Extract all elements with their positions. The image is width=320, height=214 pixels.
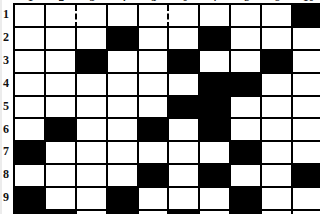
cell-r8c3[interactable]	[77, 165, 108, 188]
cell-r4c4[interactable]	[108, 74, 139, 97]
cell-r5c6-block	[169, 97, 200, 120]
row-label-4: 4	[0, 72, 12, 95]
cell-r9c1-block	[15, 188, 46, 211]
cell-r1c2[interactable]	[46, 5, 77, 28]
cell-r9c10[interactable]	[293, 188, 320, 211]
cell-r8c6[interactable]	[169, 165, 200, 188]
cell-r4c2[interactable]	[46, 74, 77, 97]
row-label-2: 2	[0, 26, 12, 49]
cell-r9c5[interactable]	[139, 188, 170, 211]
cell-r8c5-block	[139, 165, 170, 188]
cell-r3c6-block	[169, 51, 200, 74]
cell-r6c2-block	[46, 119, 77, 142]
cell-r8c4[interactable]	[108, 165, 139, 188]
cell-r9c9[interactable]	[262, 188, 293, 211]
row-label-5: 5	[0, 95, 12, 118]
row-label-1: 1	[0, 3, 12, 26]
cell-r5c1[interactable]	[15, 97, 46, 120]
cell-r2c7-block	[200, 28, 231, 51]
grid-viewport	[13, 3, 320, 214]
crossword-diagram: 123456789 12345678910	[0, 0, 320, 214]
cell-r1c3[interactable]	[77, 5, 108, 28]
cell-r7c10[interactable]	[293, 142, 320, 165]
cell-r4c9[interactable]	[262, 74, 293, 97]
row-label-3: 3	[0, 49, 12, 72]
cell-r2c1[interactable]	[15, 28, 46, 51]
cell-r10c6-block	[169, 211, 200, 214]
cell-r3c5[interactable]	[139, 51, 170, 74]
cell-r6c5-block	[139, 119, 170, 142]
cell-r6c1[interactable]	[15, 119, 46, 142]
cell-r10c9[interactable]	[262, 211, 293, 214]
cell-r9c7[interactable]	[200, 188, 231, 211]
cell-r2c5[interactable]	[139, 28, 170, 51]
cell-r8c2[interactable]	[46, 165, 77, 188]
cell-r4c6[interactable]	[169, 74, 200, 97]
cell-r3c10[interactable]	[293, 51, 320, 74]
cell-r7c4[interactable]	[108, 142, 139, 165]
cell-r5c3[interactable]	[77, 97, 108, 120]
cell-r5c4[interactable]	[108, 97, 139, 120]
cell-r6c4[interactable]	[108, 119, 139, 142]
cell-r7c8-block	[231, 142, 262, 165]
cell-r10c5[interactable]	[139, 211, 170, 214]
cell-r7c6[interactable]	[169, 142, 200, 165]
cell-r7c3[interactable]	[77, 142, 108, 165]
cell-r4c3[interactable]	[77, 74, 108, 97]
cell-r3c8[interactable]	[231, 51, 262, 74]
cell-r9c8-block	[231, 188, 262, 211]
cell-r8c8[interactable]	[231, 165, 262, 188]
cell-r5c9[interactable]	[262, 97, 293, 120]
cell-r2c8[interactable]	[231, 28, 262, 51]
cell-r7c7[interactable]	[200, 142, 231, 165]
cell-r7c5[interactable]	[139, 142, 170, 165]
cell-r9c3[interactable]	[77, 188, 108, 211]
cell-r10c7[interactable]	[200, 211, 231, 214]
cell-r5c7-block	[200, 97, 231, 120]
cell-r8c1[interactable]	[15, 165, 46, 188]
cell-r2c3[interactable]	[77, 28, 108, 51]
cell-r1c6[interactable]	[169, 5, 200, 28]
cell-r7c1-block	[15, 142, 46, 165]
row-label-9: 9	[0, 186, 12, 209]
cell-r8c9[interactable]	[262, 165, 293, 188]
cell-r4c8-block	[231, 74, 262, 97]
cell-r6c6[interactable]	[169, 119, 200, 142]
cell-r10c4-block	[108, 211, 139, 214]
cell-r2c6[interactable]	[169, 28, 200, 51]
cell-r5c10[interactable]	[293, 97, 320, 120]
cell-r3c7[interactable]	[200, 51, 231, 74]
cell-r1c10-block	[293, 5, 320, 28]
cell-r8c7-block	[200, 165, 231, 188]
row-label-7: 7	[0, 140, 12, 163]
crossword-grid	[13, 3, 320, 214]
cell-r1c8[interactable]	[231, 5, 262, 28]
cell-r3c3-block	[77, 51, 108, 74]
cell-r6c3[interactable]	[77, 119, 108, 142]
cell-r4c1[interactable]	[15, 74, 46, 97]
cell-r9c4-block	[108, 188, 139, 211]
cell-r4c7-block	[200, 74, 231, 97]
cell-r5c8[interactable]	[231, 97, 262, 120]
cell-r3c1[interactable]	[15, 51, 46, 74]
cell-r2c9[interactable]	[262, 28, 293, 51]
cell-r4c10[interactable]	[293, 74, 320, 97]
cell-r9c2[interactable]	[46, 188, 77, 211]
cell-r1c7[interactable]	[200, 5, 231, 28]
cell-r10c2-block	[46, 211, 77, 214]
cell-r7c2[interactable]	[46, 142, 77, 165]
cell-r3c2[interactable]	[46, 51, 77, 74]
cell-r1c1[interactable]	[15, 5, 46, 28]
cell-r1c4[interactable]	[108, 5, 139, 28]
row-label-8: 8	[0, 163, 12, 186]
cell-r2c10[interactable]	[293, 28, 320, 51]
cell-r6c7-block	[200, 119, 231, 142]
cell-r3c4[interactable]	[108, 51, 139, 74]
cell-r10c8-block	[231, 211, 262, 214]
cell-r6c10[interactable]	[293, 119, 320, 142]
cell-r5c2[interactable]	[46, 97, 77, 120]
cell-r6c9[interactable]	[262, 119, 293, 142]
cell-r6c8[interactable]	[231, 119, 262, 142]
row-label-6: 6	[0, 118, 12, 141]
cell-r10c10[interactable]	[293, 211, 320, 214]
cell-r2c2[interactable]	[46, 28, 77, 51]
cell-r7c9[interactable]	[262, 142, 293, 165]
cell-r5c5[interactable]	[139, 97, 170, 120]
cell-r3c9-block	[262, 51, 293, 74]
cell-r1c9[interactable]	[262, 5, 293, 28]
cell-r2c4-block	[108, 28, 139, 51]
cell-r9c6[interactable]	[169, 188, 200, 211]
cell-r10c1-block	[15, 211, 46, 214]
cell-r10c3[interactable]	[77, 211, 108, 214]
cell-r4c5[interactable]	[139, 74, 170, 97]
cell-r8c10-block	[293, 165, 320, 188]
cell-r1c5[interactable]	[139, 5, 170, 28]
